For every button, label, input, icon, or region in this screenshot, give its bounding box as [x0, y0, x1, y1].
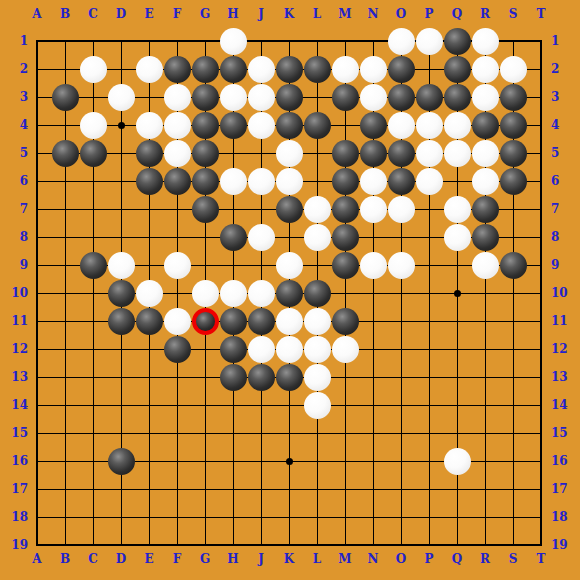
white-stone-O7: [388, 196, 415, 223]
point-F8[interactable]: [163, 223, 191, 251]
point-T11[interactable]: [527, 307, 555, 335]
point-C8[interactable]: [79, 223, 107, 251]
point-D14[interactable]: [107, 391, 135, 419]
point-K18[interactable]: [275, 503, 303, 531]
point-C18[interactable]: [79, 503, 107, 531]
white-stone-Q5: [444, 140, 471, 167]
point-A8[interactable]: [23, 223, 51, 251]
point-C14[interactable]: [79, 391, 107, 419]
point-A19[interactable]: [23, 531, 51, 559]
point-O19[interactable]: [387, 531, 415, 559]
white-stone-J2: [248, 56, 275, 83]
point-Q19[interactable]: [443, 531, 471, 559]
point-P18[interactable]: [415, 503, 443, 531]
point-E7[interactable]: [135, 195, 163, 223]
black-stone-K2: [276, 56, 303, 83]
white-stone-E2: [136, 56, 163, 83]
point-E17[interactable]: [135, 475, 163, 503]
point-H9[interactable]: [219, 251, 247, 279]
point-P13[interactable]: [415, 363, 443, 391]
point-S14[interactable]: [499, 391, 527, 419]
point-S13[interactable]: [499, 363, 527, 391]
black-stone-S6: [500, 168, 527, 195]
point-O16[interactable]: [387, 447, 415, 475]
point-N12[interactable]: [359, 335, 387, 363]
point-O14[interactable]: [387, 391, 415, 419]
point-S15[interactable]: [499, 419, 527, 447]
point-S17[interactable]: [499, 475, 527, 503]
point-D8[interactable]: [107, 223, 135, 251]
point-Q12[interactable]: [443, 335, 471, 363]
point-M19[interactable]: [331, 531, 359, 559]
point-E13[interactable]: [135, 363, 163, 391]
point-J17[interactable]: [247, 475, 275, 503]
point-A7[interactable]: [23, 195, 51, 223]
point-F17[interactable]: [163, 475, 191, 503]
point-R12[interactable]: [471, 335, 499, 363]
black-stone-H13: [220, 364, 247, 391]
point-F7[interactable]: [163, 195, 191, 223]
black-stone-L2: [304, 56, 331, 83]
point-O13[interactable]: [387, 363, 415, 391]
point-E16[interactable]: [135, 447, 163, 475]
point-P5: [415, 139, 443, 167]
point-F10[interactable]: [163, 279, 191, 307]
point-R19[interactable]: [471, 531, 499, 559]
point-Q9[interactable]: [443, 251, 471, 279]
point-G18[interactable]: [191, 503, 219, 531]
point-J19[interactable]: [247, 531, 275, 559]
point-B13[interactable]: [51, 363, 79, 391]
point-C19[interactable]: [79, 531, 107, 559]
point-P9[interactable]: [415, 251, 443, 279]
point-F15[interactable]: [163, 419, 191, 447]
point-E18[interactable]: [135, 503, 163, 531]
white-stone-K12: [276, 336, 303, 363]
point-T5[interactable]: [527, 139, 555, 167]
point-L6[interactable]: [303, 167, 331, 195]
point-N16[interactable]: [359, 447, 387, 475]
white-stone-R1: [472, 28, 499, 55]
point-G9[interactable]: [191, 251, 219, 279]
point-K1[interactable]: [275, 27, 303, 55]
point-P7[interactable]: [415, 195, 443, 223]
point-C7[interactable]: [79, 195, 107, 223]
point-P16[interactable]: [415, 447, 443, 475]
point-G10: [191, 279, 219, 307]
point-J7[interactable]: [247, 195, 275, 223]
point-B17[interactable]: [51, 475, 79, 503]
point-R15[interactable]: [471, 419, 499, 447]
point-L4: [303, 111, 331, 139]
point-Q10[interactable]: [443, 279, 471, 307]
point-Q11[interactable]: [443, 307, 471, 335]
point-F18[interactable]: [163, 503, 191, 531]
point-O11[interactable]: [387, 307, 415, 335]
point-P2[interactable]: [415, 55, 443, 83]
point-S19[interactable]: [499, 531, 527, 559]
point-N1[interactable]: [359, 27, 387, 55]
black-stone-F12: [164, 336, 191, 363]
point-Q3: [443, 83, 471, 111]
point-C10[interactable]: [79, 279, 107, 307]
point-D4[interactable]: [107, 111, 135, 139]
point-D1[interactable]: [107, 27, 135, 55]
point-G17[interactable]: [191, 475, 219, 503]
point-S11[interactable]: [499, 307, 527, 335]
point-N17[interactable]: [359, 475, 387, 503]
point-M9: [331, 251, 359, 279]
point-O17[interactable]: [387, 475, 415, 503]
point-S8[interactable]: [499, 223, 527, 251]
point-B19[interactable]: [51, 531, 79, 559]
black-stone-G7: [192, 196, 219, 223]
point-O18[interactable]: [387, 503, 415, 531]
point-P10[interactable]: [415, 279, 443, 307]
point-L9[interactable]: [303, 251, 331, 279]
point-M13[interactable]: [331, 363, 359, 391]
white-stone-F3: [164, 84, 191, 111]
point-H5[interactable]: [219, 139, 247, 167]
point-A2[interactable]: [23, 55, 51, 83]
point-K16[interactable]: [275, 447, 303, 475]
point-B18[interactable]: [51, 503, 79, 531]
point-M4[interactable]: [331, 111, 359, 139]
point-P8[interactable]: [415, 223, 443, 251]
col-label-top-N: N: [359, 6, 387, 22]
point-A15[interactable]: [23, 419, 51, 447]
white-stone-P6: [416, 168, 443, 195]
point-T19[interactable]: [527, 531, 555, 559]
white-stone-J4: [248, 112, 275, 139]
point-K13: [275, 363, 303, 391]
point-P12[interactable]: [415, 335, 443, 363]
point-D13[interactable]: [107, 363, 135, 391]
point-G16[interactable]: [191, 447, 219, 475]
point-P11[interactable]: [415, 307, 443, 335]
point-N8[interactable]: [359, 223, 387, 251]
black-stone-G11-last-move-marker: [192, 308, 219, 335]
point-C3[interactable]: [79, 83, 107, 111]
point-F16[interactable]: [163, 447, 191, 475]
black-stone-D16: [108, 448, 135, 475]
point-C12[interactable]: [79, 335, 107, 363]
point-T8[interactable]: [527, 223, 555, 251]
point-E14[interactable]: [135, 391, 163, 419]
point-K8[interactable]: [275, 223, 303, 251]
point-C11[interactable]: [79, 307, 107, 335]
point-K14[interactable]: [275, 391, 303, 419]
point-H11: [219, 307, 247, 335]
point-H15[interactable]: [219, 419, 247, 447]
point-L16[interactable]: [303, 447, 331, 475]
point-J9[interactable]: [247, 251, 275, 279]
black-stone-M5: [332, 140, 359, 167]
point-Q18[interactable]: [443, 503, 471, 531]
point-F14[interactable]: [163, 391, 191, 419]
point-H19[interactable]: [219, 531, 247, 559]
point-F11: [163, 307, 191, 335]
point-H17[interactable]: [219, 475, 247, 503]
point-N11[interactable]: [359, 307, 387, 335]
point-O8[interactable]: [387, 223, 415, 251]
point-L19[interactable]: [303, 531, 331, 559]
point-D19[interactable]: [107, 531, 135, 559]
white-stone-N6: [360, 168, 387, 195]
point-M10[interactable]: [331, 279, 359, 307]
point-T7[interactable]: [527, 195, 555, 223]
point-D2[interactable]: [107, 55, 135, 83]
white-stone-K9: [276, 252, 303, 279]
col-label-top-G: G: [191, 6, 219, 22]
point-M17[interactable]: [331, 475, 359, 503]
point-H7[interactable]: [219, 195, 247, 223]
point-G14[interactable]: [191, 391, 219, 419]
point-S10[interactable]: [499, 279, 527, 307]
black-stone-G6: [192, 168, 219, 195]
point-O12[interactable]: [387, 335, 415, 363]
point-T15[interactable]: [527, 419, 555, 447]
point-A14[interactable]: [23, 391, 51, 419]
point-G13[interactable]: [191, 363, 219, 391]
point-O15[interactable]: [387, 419, 415, 447]
point-R17[interactable]: [471, 475, 499, 503]
point-A1[interactable]: [23, 27, 51, 55]
point-H18[interactable]: [219, 503, 247, 531]
point-S12[interactable]: [499, 335, 527, 363]
black-stone-G4: [192, 112, 219, 139]
point-Q14[interactable]: [443, 391, 471, 419]
point-Q17[interactable]: [443, 475, 471, 503]
point-M1[interactable]: [331, 27, 359, 55]
point-E9[interactable]: [135, 251, 163, 279]
point-C15[interactable]: [79, 419, 107, 447]
point-T12[interactable]: [527, 335, 555, 363]
point-L17[interactable]: [303, 475, 331, 503]
point-B11[interactable]: [51, 307, 79, 335]
point-E4: [135, 111, 163, 139]
point-C6[interactable]: [79, 167, 107, 195]
point-L15[interactable]: [303, 419, 331, 447]
point-R9: [471, 251, 499, 279]
point-R14[interactable]: [471, 391, 499, 419]
point-D6[interactable]: [107, 167, 135, 195]
white-stone-M2: [332, 56, 359, 83]
point-K15[interactable]: [275, 419, 303, 447]
point-A13[interactable]: [23, 363, 51, 391]
point-D12[interactable]: [107, 335, 135, 363]
point-G15[interactable]: [191, 419, 219, 447]
point-A18[interactable]: [23, 503, 51, 531]
point-A3[interactable]: [23, 83, 51, 111]
point-N15[interactable]: [359, 419, 387, 447]
point-H13: [219, 363, 247, 391]
point-A6[interactable]: [23, 167, 51, 195]
point-L8: [303, 223, 331, 251]
point-K11: [275, 307, 303, 335]
point-Q13[interactable]: [443, 363, 471, 391]
point-B9[interactable]: [51, 251, 79, 279]
point-O10[interactable]: [387, 279, 415, 307]
point-T10[interactable]: [527, 279, 555, 307]
point-J14[interactable]: [247, 391, 275, 419]
point-D5[interactable]: [107, 139, 135, 167]
point-N19[interactable]: [359, 531, 387, 559]
point-G6: [191, 167, 219, 195]
point-T3[interactable]: [527, 83, 555, 111]
point-O4: [387, 111, 415, 139]
point-D15[interactable]: [107, 419, 135, 447]
point-K19[interactable]: [275, 531, 303, 559]
white-stone-D3: [108, 84, 135, 111]
point-F19[interactable]: [163, 531, 191, 559]
point-M18[interactable]: [331, 503, 359, 531]
point-G19[interactable]: [191, 531, 219, 559]
black-stone-J11: [248, 308, 275, 335]
point-L3[interactable]: [303, 83, 331, 111]
point-B16[interactable]: [51, 447, 79, 475]
point-M14[interactable]: [331, 391, 359, 419]
point-E15[interactable]: [135, 419, 163, 447]
point-B15[interactable]: [51, 419, 79, 447]
point-B14[interactable]: [51, 391, 79, 419]
point-N5: [359, 139, 387, 167]
point-F13[interactable]: [163, 363, 191, 391]
point-J5[interactable]: [247, 139, 275, 167]
point-B1[interactable]: [51, 27, 79, 55]
black-stone-D11: [108, 308, 135, 335]
point-O1: [387, 27, 415, 55]
point-C13[interactable]: [79, 363, 107, 391]
col-label-top-R: R: [471, 6, 499, 22]
point-N10[interactable]: [359, 279, 387, 307]
point-C2: [79, 55, 107, 83]
point-H16[interactable]: [219, 447, 247, 475]
point-B4[interactable]: [51, 111, 79, 139]
point-T14[interactable]: [527, 391, 555, 419]
point-G12[interactable]: [191, 335, 219, 363]
point-A12[interactable]: [23, 335, 51, 363]
white-stone-F4: [164, 112, 191, 139]
point-A5[interactable]: [23, 139, 51, 167]
point-A4[interactable]: [23, 111, 51, 139]
point-H14[interactable]: [219, 391, 247, 419]
point-T17[interactable]: [527, 475, 555, 503]
point-R16[interactable]: [471, 447, 499, 475]
point-E3[interactable]: [135, 83, 163, 111]
point-L1[interactable]: [303, 27, 331, 55]
point-O5: [387, 139, 415, 167]
point-J1[interactable]: [247, 27, 275, 55]
point-R18[interactable]: [471, 503, 499, 531]
point-S18[interactable]: [499, 503, 527, 531]
point-J16[interactable]: [247, 447, 275, 475]
point-S1[interactable]: [499, 27, 527, 55]
point-Q4: [443, 111, 471, 139]
white-stone-L7: [304, 196, 331, 223]
point-P15[interactable]: [415, 419, 443, 447]
point-K17[interactable]: [275, 475, 303, 503]
point-M7: [331, 195, 359, 223]
point-T18[interactable]: [527, 503, 555, 531]
point-D11: [107, 307, 135, 335]
point-B7[interactable]: [51, 195, 79, 223]
point-C17[interactable]: [79, 475, 107, 503]
point-L5[interactable]: [303, 139, 331, 167]
point-E19[interactable]: [135, 531, 163, 559]
point-T16[interactable]: [527, 447, 555, 475]
point-L18[interactable]: [303, 503, 331, 531]
point-D7[interactable]: [107, 195, 135, 223]
point-R10[interactable]: [471, 279, 499, 307]
point-B12[interactable]: [51, 335, 79, 363]
point-D18[interactable]: [107, 503, 135, 531]
point-D16: [107, 447, 135, 475]
point-M16[interactable]: [331, 447, 359, 475]
point-C1[interactable]: [79, 27, 107, 55]
point-C16[interactable]: [79, 447, 107, 475]
point-G8[interactable]: [191, 223, 219, 251]
point-P1: [415, 27, 443, 55]
point-P17[interactable]: [415, 475, 443, 503]
point-N13[interactable]: [359, 363, 387, 391]
point-Q15[interactable]: [443, 419, 471, 447]
point-J15[interactable]: [247, 419, 275, 447]
point-F5: [163, 139, 191, 167]
point-E8[interactable]: [135, 223, 163, 251]
point-A9[interactable]: [23, 251, 51, 279]
point-R11[interactable]: [471, 307, 499, 335]
point-J8: [247, 223, 275, 251]
white-stone-N7: [360, 196, 387, 223]
point-J18[interactable]: [247, 503, 275, 531]
point-N18[interactable]: [359, 503, 387, 531]
white-stone-H1: [220, 28, 247, 55]
point-A16[interactable]: [23, 447, 51, 475]
point-N14[interactable]: [359, 391, 387, 419]
point-A11[interactable]: [23, 307, 51, 335]
point-P14[interactable]: [415, 391, 443, 419]
point-B6[interactable]: [51, 167, 79, 195]
point-P19[interactable]: [415, 531, 443, 559]
point-Q6[interactable]: [443, 167, 471, 195]
point-B2[interactable]: [51, 55, 79, 83]
point-F1[interactable]: [163, 27, 191, 55]
point-A17[interactable]: [23, 475, 51, 503]
point-T6[interactable]: [527, 167, 555, 195]
black-stone-F2: [164, 56, 191, 83]
point-T4[interactable]: [527, 111, 555, 139]
point-A10[interactable]: [23, 279, 51, 307]
point-G1[interactable]: [191, 27, 219, 55]
point-B8[interactable]: [51, 223, 79, 251]
point-T1[interactable]: [527, 27, 555, 55]
point-T13[interactable]: [527, 363, 555, 391]
col-label-top-O: O: [387, 6, 415, 22]
point-T9[interactable]: [527, 251, 555, 279]
point-M15[interactable]: [331, 419, 359, 447]
point-D17[interactable]: [107, 475, 135, 503]
point-S16[interactable]: [499, 447, 527, 475]
point-S7[interactable]: [499, 195, 527, 223]
point-R13[interactable]: [471, 363, 499, 391]
point-E1[interactable]: [135, 27, 163, 55]
point-T2[interactable]: [527, 55, 555, 83]
point-G11: [191, 307, 219, 335]
white-stone-J10: [248, 280, 275, 307]
point-E12[interactable]: [135, 335, 163, 363]
point-B10[interactable]: [51, 279, 79, 307]
